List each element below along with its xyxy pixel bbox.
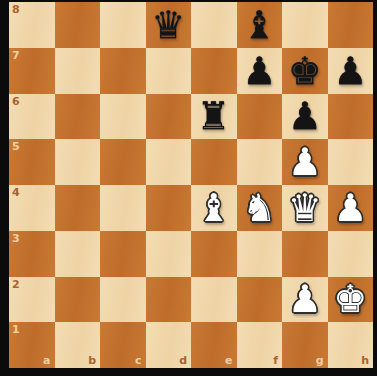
square-f6[interactable]	[237, 94, 283, 140]
square-h6[interactable]	[328, 94, 374, 140]
white-king[interactable]: ♚	[333, 280, 367, 318]
square-h2[interactable]: ♚	[328, 277, 374, 323]
rank-label-7: 7	[12, 50, 20, 61]
square-d4[interactable]	[146, 185, 192, 231]
square-b2[interactable]	[55, 277, 101, 323]
square-f5[interactable]	[237, 139, 283, 185]
square-f1[interactable]: f	[237, 322, 283, 368]
rank-label-5: 5	[12, 141, 20, 152]
rank-label-1: 1	[12, 324, 20, 335]
white-pawn[interactable]: ♟	[288, 280, 322, 318]
square-c5[interactable]	[100, 139, 146, 185]
square-h1[interactable]: h	[328, 322, 374, 368]
square-b1[interactable]: b	[55, 322, 101, 368]
square-f8[interactable]: ♝	[237, 2, 283, 48]
square-c4[interactable]	[100, 185, 146, 231]
square-f7[interactable]: ♟	[237, 48, 283, 94]
file-label-a: a	[43, 355, 50, 366]
square-h8[interactable]	[328, 2, 374, 48]
square-d1[interactable]: d	[146, 322, 192, 368]
square-c8[interactable]	[100, 2, 146, 48]
square-a7[interactable]: 7	[9, 48, 55, 94]
square-a2[interactable]: 2	[9, 277, 55, 323]
black-pawn[interactable]: ♟	[288, 97, 322, 135]
square-d5[interactable]	[146, 139, 192, 185]
white-bishop[interactable]: ♝	[197, 189, 231, 227]
square-a3[interactable]: 3	[9, 231, 55, 277]
file-label-e: e	[225, 355, 232, 366]
file-label-g: g	[316, 355, 324, 366]
square-e3[interactable]	[191, 231, 237, 277]
square-b7[interactable]	[55, 48, 101, 94]
black-king[interactable]: ♚	[288, 52, 322, 90]
square-h5[interactable]	[328, 139, 374, 185]
square-a5[interactable]: 5	[9, 139, 55, 185]
rank-label-8: 8	[12, 4, 20, 15]
square-e8[interactable]	[191, 2, 237, 48]
square-e6[interactable]: ♜	[191, 94, 237, 140]
file-label-d: d	[179, 355, 187, 366]
square-b8[interactable]	[55, 2, 101, 48]
square-d3[interactable]	[146, 231, 192, 277]
square-a1[interactable]: 1a	[9, 322, 55, 368]
square-a8[interactable]: 8	[9, 2, 55, 48]
square-d6[interactable]	[146, 94, 192, 140]
black-queen[interactable]: ♛	[151, 6, 185, 44]
square-d2[interactable]	[146, 277, 192, 323]
square-c3[interactable]	[100, 231, 146, 277]
square-f2[interactable]	[237, 277, 283, 323]
square-e5[interactable]	[191, 139, 237, 185]
square-f3[interactable]	[237, 231, 283, 277]
square-e1[interactable]: e	[191, 322, 237, 368]
square-b3[interactable]	[55, 231, 101, 277]
square-g3[interactable]	[282, 231, 328, 277]
file-label-f: f	[273, 355, 278, 366]
square-c6[interactable]	[100, 94, 146, 140]
black-rook[interactable]: ♜	[197, 97, 231, 135]
square-e4[interactable]: ♝	[191, 185, 237, 231]
white-queen[interactable]: ♛	[288, 189, 322, 227]
square-h4[interactable]: ♟	[328, 185, 374, 231]
white-pawn[interactable]: ♟	[333, 189, 367, 227]
square-d7[interactable]	[146, 48, 192, 94]
square-c2[interactable]	[100, 277, 146, 323]
white-knight[interactable]: ♞	[242, 189, 276, 227]
chessboard-window: 8♛♝7♟♚♟6♜♟5♟4♝♞♛♟32♟♚1abcdefgh	[0, 0, 377, 376]
square-h3[interactable]	[328, 231, 374, 277]
black-pawn[interactable]: ♟	[333, 52, 367, 90]
square-g2[interactable]: ♟	[282, 277, 328, 323]
file-label-c: c	[135, 355, 142, 366]
white-pawn[interactable]: ♟	[288, 143, 322, 181]
square-g6[interactable]: ♟	[282, 94, 328, 140]
square-c1[interactable]: c	[100, 322, 146, 368]
rank-label-2: 2	[12, 279, 20, 290]
black-pawn[interactable]: ♟	[242, 52, 276, 90]
square-b6[interactable]	[55, 94, 101, 140]
rank-label-4: 4	[12, 187, 20, 198]
square-d8[interactable]: ♛	[146, 2, 192, 48]
rank-label-6: 6	[12, 96, 20, 107]
square-e7[interactable]	[191, 48, 237, 94]
square-g1[interactable]: g	[282, 322, 328, 368]
square-c7[interactable]	[100, 48, 146, 94]
rank-label-3: 3	[12, 233, 20, 244]
black-bishop[interactable]: ♝	[242, 6, 276, 44]
file-label-h: h	[361, 355, 369, 366]
square-g7[interactable]: ♚	[282, 48, 328, 94]
square-e2[interactable]	[191, 277, 237, 323]
square-a6[interactable]: 6	[9, 94, 55, 140]
square-g8[interactable]	[282, 2, 328, 48]
square-g4[interactable]: ♛	[282, 185, 328, 231]
square-f4[interactable]: ♞	[237, 185, 283, 231]
chess-board: 8♛♝7♟♚♟6♜♟5♟4♝♞♛♟32♟♚1abcdefgh	[9, 2, 373, 368]
square-b4[interactable]	[55, 185, 101, 231]
file-label-b: b	[88, 355, 96, 366]
square-b5[interactable]	[55, 139, 101, 185]
square-a4[interactable]: 4	[9, 185, 55, 231]
square-g5[interactable]: ♟	[282, 139, 328, 185]
square-h7[interactable]: ♟	[328, 48, 374, 94]
